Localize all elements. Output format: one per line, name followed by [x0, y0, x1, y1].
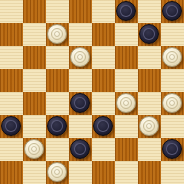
square-g5[interactable] [138, 69, 161, 92]
square-c3[interactable] [46, 115, 69, 138]
square-f5 [115, 69, 138, 92]
square-e4 [92, 92, 115, 115]
square-f4[interactable] [115, 92, 138, 115]
square-c8 [46, 0, 69, 23]
black-piece-e3[interactable] [93, 116, 113, 136]
square-h3 [161, 115, 184, 138]
square-b5 [23, 69, 46, 92]
square-e5[interactable] [92, 69, 115, 92]
square-a8 [0, 0, 23, 23]
square-c5[interactable] [46, 69, 69, 92]
square-e2 [92, 138, 115, 161]
square-f1 [115, 161, 138, 184]
square-h5 [161, 69, 184, 92]
square-b3 [23, 115, 46, 138]
square-h2[interactable] [161, 138, 184, 161]
black-piece-h8[interactable] [162, 1, 182, 21]
white-piece-h4[interactable] [162, 93, 182, 113]
square-e1[interactable] [92, 161, 115, 184]
square-a5[interactable] [0, 69, 23, 92]
black-piece-g7[interactable] [139, 24, 159, 44]
square-b4[interactable] [23, 92, 46, 115]
square-d3 [69, 115, 92, 138]
square-d2[interactable] [69, 138, 92, 161]
square-d6[interactable] [69, 46, 92, 69]
square-h1 [161, 161, 184, 184]
square-g8 [138, 0, 161, 23]
square-h4[interactable] [161, 92, 184, 115]
square-f6[interactable] [115, 46, 138, 69]
white-piece-d6[interactable] [70, 47, 90, 67]
square-c2 [46, 138, 69, 161]
square-c6 [46, 46, 69, 69]
square-f7 [115, 23, 138, 46]
square-g4 [138, 92, 161, 115]
white-piece-b2[interactable] [24, 139, 44, 159]
white-piece-g3[interactable] [139, 116, 159, 136]
black-piece-d2[interactable] [70, 139, 90, 159]
square-g1[interactable] [138, 161, 161, 184]
square-g7[interactable] [138, 23, 161, 46]
square-a2 [0, 138, 23, 161]
square-d8[interactable] [69, 0, 92, 23]
black-piece-c3[interactable] [47, 116, 67, 136]
square-a1[interactable] [0, 161, 23, 184]
black-piece-d4[interactable] [70, 93, 90, 113]
square-h6[interactable] [161, 46, 184, 69]
square-a7[interactable] [0, 23, 23, 46]
square-g3[interactable] [138, 115, 161, 138]
square-f8[interactable] [115, 0, 138, 23]
square-c7[interactable] [46, 23, 69, 46]
square-h8[interactable] [161, 0, 184, 23]
black-piece-h2[interactable] [162, 139, 182, 159]
square-a3[interactable] [0, 115, 23, 138]
white-piece-h6[interactable] [162, 47, 182, 67]
white-piece-c1[interactable] [47, 162, 67, 182]
black-piece-a3[interactable] [1, 116, 21, 136]
square-b8[interactable] [23, 0, 46, 23]
square-g6 [138, 46, 161, 69]
square-d7 [69, 23, 92, 46]
square-f3 [115, 115, 138, 138]
square-c1[interactable] [46, 161, 69, 184]
square-e8 [92, 0, 115, 23]
square-d1 [69, 161, 92, 184]
square-b1 [23, 161, 46, 184]
checkers-board [0, 0, 184, 184]
square-g2 [138, 138, 161, 161]
square-h7 [161, 23, 184, 46]
square-b6[interactable] [23, 46, 46, 69]
square-b7 [23, 23, 46, 46]
square-d5 [69, 69, 92, 92]
square-a6 [0, 46, 23, 69]
square-e3[interactable] [92, 115, 115, 138]
white-piece-c7[interactable] [47, 24, 67, 44]
black-piece-f8[interactable] [116, 1, 136, 21]
square-a4 [0, 92, 23, 115]
white-piece-f4[interactable] [116, 93, 136, 113]
square-e7[interactable] [92, 23, 115, 46]
square-e6 [92, 46, 115, 69]
square-f2[interactable] [115, 138, 138, 161]
square-b2[interactable] [23, 138, 46, 161]
square-d4[interactable] [69, 92, 92, 115]
square-c4 [46, 92, 69, 115]
